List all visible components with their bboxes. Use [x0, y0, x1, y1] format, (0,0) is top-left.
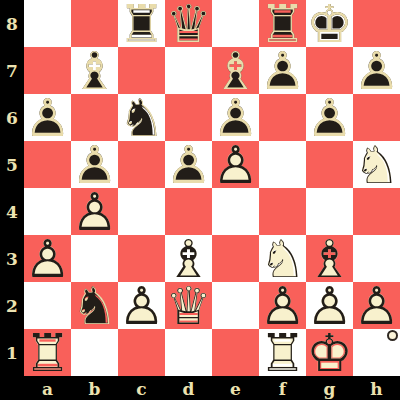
square-c7[interactable] — [118, 47, 165, 94]
black-pawn-h7[interactable]: ♟♙ — [353, 47, 400, 94]
square-c2[interactable]: ♟♙ — [118, 282, 165, 329]
piece-glyph-fill: ♚ — [306, 329, 353, 376]
black-knight-c6[interactable]: ♞♘ — [118, 94, 165, 141]
black-pawn-e6[interactable]: ♟♙ — [212, 94, 259, 141]
piece-glyph-outline: ♖ — [118, 0, 165, 47]
square-e7[interactable]: ♝♗ — [212, 47, 259, 94]
square-h3[interactable] — [353, 235, 400, 282]
square-b3[interactable] — [71, 235, 118, 282]
black-pawn-d5[interactable]: ♟♙ — [165, 141, 212, 188]
piece-glyph-outline: ♙ — [306, 282, 353, 329]
square-h5[interactable]: ♞♘ — [353, 141, 400, 188]
black-bishop-b7[interactable]: ♝♗ — [71, 47, 118, 94]
square-c3[interactable] — [118, 235, 165, 282]
black-pawn-b5[interactable]: ♟♙ — [71, 141, 118, 188]
square-g5[interactable] — [306, 141, 353, 188]
square-d8[interactable]: ♛♕ — [165, 0, 212, 47]
square-e8[interactable] — [212, 0, 259, 47]
square-e6[interactable]: ♟♙ — [212, 94, 259, 141]
piece-glyph-outline: ♙ — [212, 141, 259, 188]
black-queen-d8[interactable]: ♛♕ — [165, 0, 212, 47]
piece-glyph-outline: ♙ — [259, 47, 306, 94]
file-label-a: a — [24, 377, 71, 400]
square-g2[interactable]: ♟♙ — [306, 282, 353, 329]
rank-labels: 87654321 — [0, 0, 24, 376]
square-h2[interactable]: ♟♙ — [353, 282, 400, 329]
square-a1[interactable]: ♜♖ — [24, 329, 71, 376]
piece-glyph-fill: ♜ — [24, 329, 71, 376]
piece-glyph-outline: ♙ — [353, 282, 400, 329]
piece-glyph-fill: ♟ — [306, 282, 353, 329]
piece-glyph-fill: ♞ — [118, 94, 165, 141]
piece-glyph-fill: ♞ — [259, 235, 306, 282]
black-bishop-e7[interactable]: ♝♗ — [212, 47, 259, 94]
rank-label-2: 2 — [0, 282, 24, 329]
square-d6[interactable] — [165, 94, 212, 141]
square-e4[interactable] — [212, 188, 259, 235]
piece-glyph-fill: ♝ — [306, 235, 353, 282]
piece-glyph-fill: ♝ — [71, 47, 118, 94]
file-label-f: f — [259, 377, 306, 400]
piece-glyph-fill: ♟ — [259, 47, 306, 94]
square-f4[interactable] — [259, 188, 306, 235]
rank-label-5: 5 — [0, 141, 24, 188]
piece-glyph-outline: ♗ — [212, 47, 259, 94]
square-c4[interactable] — [118, 188, 165, 235]
file-label-c: c — [118, 377, 165, 400]
piece-glyph-fill: ♟ — [259, 282, 306, 329]
piece-glyph-outline: ♘ — [118, 94, 165, 141]
square-e2[interactable] — [212, 282, 259, 329]
square-a5[interactable] — [24, 141, 71, 188]
square-c5[interactable] — [118, 141, 165, 188]
piece-glyph-outline: ♙ — [259, 282, 306, 329]
white-pawn-g2[interactable]: ♟♙ — [306, 282, 353, 329]
rank-label-3: 3 — [0, 235, 24, 282]
piece-glyph-fill: ♚ — [306, 0, 353, 47]
piece-glyph-outline: ♙ — [24, 94, 71, 141]
piece-glyph-fill: ♞ — [71, 282, 118, 329]
square-g6[interactable]: ♟♙ — [306, 94, 353, 141]
square-b4[interactable]: ♟♙ — [71, 188, 118, 235]
rank-label-8: 8 — [0, 0, 24, 47]
square-h4[interactable] — [353, 188, 400, 235]
square-g4[interactable] — [306, 188, 353, 235]
square-h7[interactable]: ♟♙ — [353, 47, 400, 94]
file-label-g: g — [306, 377, 353, 400]
square-b6[interactable] — [71, 94, 118, 141]
piece-glyph-outline: ♘ — [259, 235, 306, 282]
white-rook-f1[interactable]: ♜♖ — [259, 329, 306, 376]
piece-glyph-outline: ♕ — [165, 282, 212, 329]
file-label-d: d — [165, 377, 212, 400]
piece-glyph-fill: ♜ — [118, 0, 165, 47]
white-bishop-d3[interactable]: ♝♗ — [165, 235, 212, 282]
piece-glyph-fill: ♝ — [165, 235, 212, 282]
white-pawn-e5[interactable]: ♟♙ — [212, 141, 259, 188]
piece-glyph-outline: ♙ — [118, 282, 165, 329]
white-queen-d2[interactable]: ♛♕ — [165, 282, 212, 329]
white-pawn-a3[interactable]: ♟♙ — [24, 235, 71, 282]
square-f7[interactable]: ♟♙ — [259, 47, 306, 94]
white-rook-a1[interactable]: ♜♖ — [24, 329, 71, 376]
black-rook-c8[interactable]: ♜♖ — [118, 0, 165, 47]
white-king-g1[interactable]: ♚♔ — [306, 329, 353, 376]
square-e3[interactable] — [212, 235, 259, 282]
black-knight-b2[interactable]: ♞♘ — [71, 282, 118, 329]
square-f5[interactable] — [259, 141, 306, 188]
square-c8[interactable]: ♜♖ — [118, 0, 165, 47]
square-h8[interactable] — [353, 0, 400, 47]
square-g7[interactable] — [306, 47, 353, 94]
piece-glyph-fill: ♟ — [212, 141, 259, 188]
piece-glyph-fill: ♟ — [24, 94, 71, 141]
piece-glyph-outline: ♗ — [306, 235, 353, 282]
square-b7[interactable]: ♝♗ — [71, 47, 118, 94]
rank-label-6: 6 — [0, 94, 24, 141]
white-to-move-indicator — [387, 330, 398, 341]
square-g1[interactable]: ♚♔ — [306, 329, 353, 376]
chess-diagram: 87654321 ♜♖♛♕♜♖♚♔♝♗♝♗♟♙♟♙♟♙♞♘♟♙♟♙♟♙♟♙♟♙♞… — [0, 0, 400, 400]
piece-glyph-fill: ♟ — [71, 141, 118, 188]
piece-glyph-fill: ♟ — [118, 282, 165, 329]
piece-glyph-fill: ♟ — [165, 141, 212, 188]
piece-glyph-outline: ♖ — [259, 329, 306, 376]
square-a4[interactable] — [24, 188, 71, 235]
piece-glyph-outline: ♕ — [165, 0, 212, 47]
piece-glyph-outline: ♖ — [24, 329, 71, 376]
file-label-h: h — [353, 377, 400, 400]
piece-glyph-outline: ♙ — [165, 141, 212, 188]
square-d5[interactable]: ♟♙ — [165, 141, 212, 188]
piece-glyph-fill: ♟ — [306, 94, 353, 141]
rank-label-4: 4 — [0, 188, 24, 235]
file-labels: abcdefgh — [24, 377, 400, 400]
square-b2[interactable]: ♞♘ — [71, 282, 118, 329]
piece-glyph-outline: ♗ — [165, 235, 212, 282]
black-king-g8[interactable]: ♚♔ — [306, 0, 353, 47]
piece-glyph-fill: ♜ — [259, 329, 306, 376]
chess-board: ♜♖♛♕♜♖♚♔♝♗♝♗♟♙♟♙♟♙♞♘♟♙♟♙♟♙♟♙♟♙♞♘♟♙♟♙♝♗♞♘… — [24, 0, 400, 376]
piece-glyph-fill: ♜ — [259, 0, 306, 47]
square-d3[interactable]: ♝♗ — [165, 235, 212, 282]
rank-label-7: 7 — [0, 47, 24, 94]
piece-glyph-outline: ♙ — [353, 47, 400, 94]
white-knight-h5[interactable]: ♞♘ — [353, 141, 400, 188]
square-e1[interactable] — [212, 329, 259, 376]
piece-glyph-outline: ♔ — [306, 0, 353, 47]
piece-glyph-outline: ♖ — [259, 0, 306, 47]
piece-glyph-fill: ♟ — [353, 47, 400, 94]
black-pawn-a6[interactable]: ♟♙ — [24, 94, 71, 141]
piece-glyph-fill: ♛ — [165, 0, 212, 47]
black-rook-f8[interactable]: ♜♖ — [259, 0, 306, 47]
square-a8[interactable] — [24, 0, 71, 47]
file-label-e: e — [212, 377, 259, 400]
piece-glyph-outline: ♙ — [71, 188, 118, 235]
square-f6[interactable] — [259, 94, 306, 141]
square-a6[interactable]: ♟♙ — [24, 94, 71, 141]
piece-glyph-fill: ♟ — [71, 188, 118, 235]
square-a2[interactable] — [24, 282, 71, 329]
piece-glyph-fill: ♝ — [212, 47, 259, 94]
piece-glyph-fill: ♟ — [353, 282, 400, 329]
white-knight-f3[interactable]: ♞♘ — [259, 235, 306, 282]
black-pawn-f7[interactable]: ♟♙ — [259, 47, 306, 94]
square-f2[interactable]: ♟♙ — [259, 282, 306, 329]
piece-glyph-fill: ♞ — [353, 141, 400, 188]
square-c1[interactable] — [118, 329, 165, 376]
square-g3[interactable]: ♝♗ — [306, 235, 353, 282]
square-b8[interactable] — [71, 0, 118, 47]
square-a3[interactable]: ♟♙ — [24, 235, 71, 282]
square-b1[interactable] — [71, 329, 118, 376]
white-pawn-f2[interactable]: ♟♙ — [259, 282, 306, 329]
square-d2[interactable]: ♛♕ — [165, 282, 212, 329]
white-pawn-c2[interactable]: ♟♙ — [118, 282, 165, 329]
square-d7[interactable] — [165, 47, 212, 94]
white-bishop-g3[interactable]: ♝♗ — [306, 235, 353, 282]
piece-glyph-outline: ♘ — [353, 141, 400, 188]
square-a7[interactable] — [24, 47, 71, 94]
piece-glyph-outline: ♘ — [71, 282, 118, 329]
square-b5[interactable]: ♟♙ — [71, 141, 118, 188]
black-pawn-g6[interactable]: ♟♙ — [306, 94, 353, 141]
square-f8[interactable]: ♜♖ — [259, 0, 306, 47]
file-label-b: b — [71, 377, 118, 400]
piece-glyph-outline: ♔ — [306, 329, 353, 376]
piece-glyph-outline: ♙ — [306, 94, 353, 141]
square-h6[interactable] — [353, 94, 400, 141]
piece-glyph-fill: ♟ — [24, 235, 71, 282]
square-f1[interactable]: ♜♖ — [259, 329, 306, 376]
rank-label-1: 1 — [0, 329, 24, 376]
white-pawn-b4[interactable]: ♟♙ — [71, 188, 118, 235]
piece-glyph-fill: ♛ — [165, 282, 212, 329]
square-e5[interactable]: ♟♙ — [212, 141, 259, 188]
square-d4[interactable] — [165, 188, 212, 235]
piece-glyph-fill: ♟ — [212, 94, 259, 141]
square-g8[interactable]: ♚♔ — [306, 0, 353, 47]
piece-glyph-outline: ♙ — [212, 94, 259, 141]
square-c6[interactable]: ♞♘ — [118, 94, 165, 141]
piece-glyph-outline: ♙ — [24, 235, 71, 282]
square-d1[interactable] — [165, 329, 212, 376]
square-f3[interactable]: ♞♘ — [259, 235, 306, 282]
piece-glyph-outline: ♙ — [71, 141, 118, 188]
white-pawn-h2[interactable]: ♟♙ — [353, 282, 400, 329]
piece-glyph-outline: ♗ — [71, 47, 118, 94]
